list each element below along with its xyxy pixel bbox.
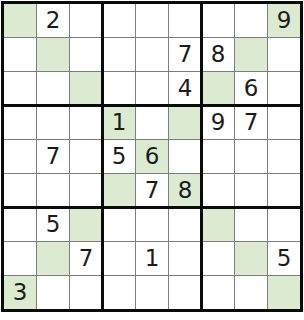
cell-r2c3[interactable]: [70, 38, 102, 71]
cell-r3c5[interactable]: [136, 72, 168, 105]
cell-r1c4[interactable]: [103, 4, 135, 37]
cell-r1c5[interactable]: [136, 4, 168, 37]
cell-r9c9[interactable]: [268, 276, 300, 309]
cell-r3c6[interactable]: 4: [169, 72, 201, 105]
cell-r4c6[interactable]: [169, 106, 201, 139]
cell-r3c4[interactable]: [103, 72, 135, 105]
cell-r2c6[interactable]: 7: [169, 38, 201, 71]
cell-r1c3[interactable]: [70, 4, 102, 37]
cell-r5c8[interactable]: [235, 140, 267, 173]
cell-r9c4[interactable]: [103, 276, 135, 309]
cell-r7c4[interactable]: [103, 208, 135, 241]
cell-r9c5[interactable]: [136, 276, 168, 309]
cell-r4c7[interactable]: 9: [202, 106, 234, 139]
cell-r5c4[interactable]: 5: [103, 140, 135, 173]
cell-r3c7[interactable]: [202, 72, 234, 105]
cell-r8c8[interactable]: [235, 242, 267, 275]
cell-r1c2[interactable]: 2: [37, 4, 69, 37]
cell-r7c6[interactable]: [169, 208, 201, 241]
cell-r5c7[interactable]: [202, 140, 234, 173]
cell-r4c2[interactable]: [37, 106, 69, 139]
cell-r5c9[interactable]: [268, 140, 300, 173]
cell-r9c1[interactable]: 3: [4, 276, 36, 309]
cell-r5c5[interactable]: 6: [136, 140, 168, 173]
cell-r2c7[interactable]: 8: [202, 38, 234, 71]
cell-r5c6[interactable]: [169, 140, 201, 173]
cell-r1c8[interactable]: [235, 4, 267, 37]
cell-r9c6[interactable]: [169, 276, 201, 309]
cell-r6c3[interactable]: [70, 174, 102, 207]
cell-r5c2[interactable]: 7: [37, 140, 69, 173]
cell-r5c1[interactable]: [4, 140, 36, 173]
cell-r4c1[interactable]: [4, 106, 36, 139]
cell-r3c1[interactable]: [4, 72, 36, 105]
cell-r2c5[interactable]: [136, 38, 168, 71]
cell-r6c5[interactable]: 7: [136, 174, 168, 207]
cell-r4c4[interactable]: 1: [103, 106, 135, 139]
cell-r6c1[interactable]: [4, 174, 36, 207]
cell-r8c2[interactable]: [37, 242, 69, 275]
cell-r7c7[interactable]: [202, 208, 234, 241]
cell-r3c2[interactable]: [37, 72, 69, 105]
cell-r6c4[interactable]: [103, 174, 135, 207]
cell-r4c5[interactable]: [136, 106, 168, 139]
cell-r8c5[interactable]: 1: [136, 242, 168, 275]
cell-r2c9[interactable]: [268, 38, 300, 71]
cell-r1c6[interactable]: [169, 4, 201, 37]
cell-r9c8[interactable]: [235, 276, 267, 309]
cell-r7c5[interactable]: [136, 208, 168, 241]
cell-r9c3[interactable]: [70, 276, 102, 309]
cell-r6c2[interactable]: [37, 174, 69, 207]
sudoku-page: 2978461977567857153: [0, 0, 304, 320]
cell-r8c7[interactable]: [202, 242, 234, 275]
cell-r8c3[interactable]: 7: [70, 242, 102, 275]
cell-r6c9[interactable]: [268, 174, 300, 207]
cell-r3c9[interactable]: [268, 72, 300, 105]
cell-r9c2[interactable]: [37, 276, 69, 309]
cell-r2c1[interactable]: [4, 38, 36, 71]
cell-r8c6[interactable]: [169, 242, 201, 275]
cell-r1c1[interactable]: [4, 4, 36, 37]
cell-r4c3[interactable]: [70, 106, 102, 139]
cell-r2c2[interactable]: [37, 38, 69, 71]
cell-r8c4[interactable]: [103, 242, 135, 275]
cell-r6c7[interactable]: [202, 174, 234, 207]
cell-r8c9[interactable]: 5: [268, 242, 300, 275]
cell-r5c3[interactable]: [70, 140, 102, 173]
cell-r3c8[interactable]: 6: [235, 72, 267, 105]
cell-r2c4[interactable]: [103, 38, 135, 71]
cell-r9c7[interactable]: [202, 276, 234, 309]
cell-r7c9[interactable]: [268, 208, 300, 241]
cell-r6c6[interactable]: 8: [169, 174, 201, 207]
cell-r7c1[interactable]: [4, 208, 36, 241]
cell-r7c2[interactable]: 5: [37, 208, 69, 241]
cell-r7c3[interactable]: [70, 208, 102, 241]
cell-r2c8[interactable]: [235, 38, 267, 71]
cell-r4c9[interactable]: [268, 106, 300, 139]
cell-r8c1[interactable]: [4, 242, 36, 275]
cell-r3c3[interactable]: [70, 72, 102, 105]
cell-r4c8[interactable]: 7: [235, 106, 267, 139]
cell-r6c8[interactable]: [235, 174, 267, 207]
cell-r1c9[interactable]: 9: [268, 4, 300, 37]
cell-r7c8[interactable]: [235, 208, 267, 241]
cell-r1c7[interactable]: [202, 4, 234, 37]
sudoku-board: 2978461977567857153: [1, 1, 303, 312]
